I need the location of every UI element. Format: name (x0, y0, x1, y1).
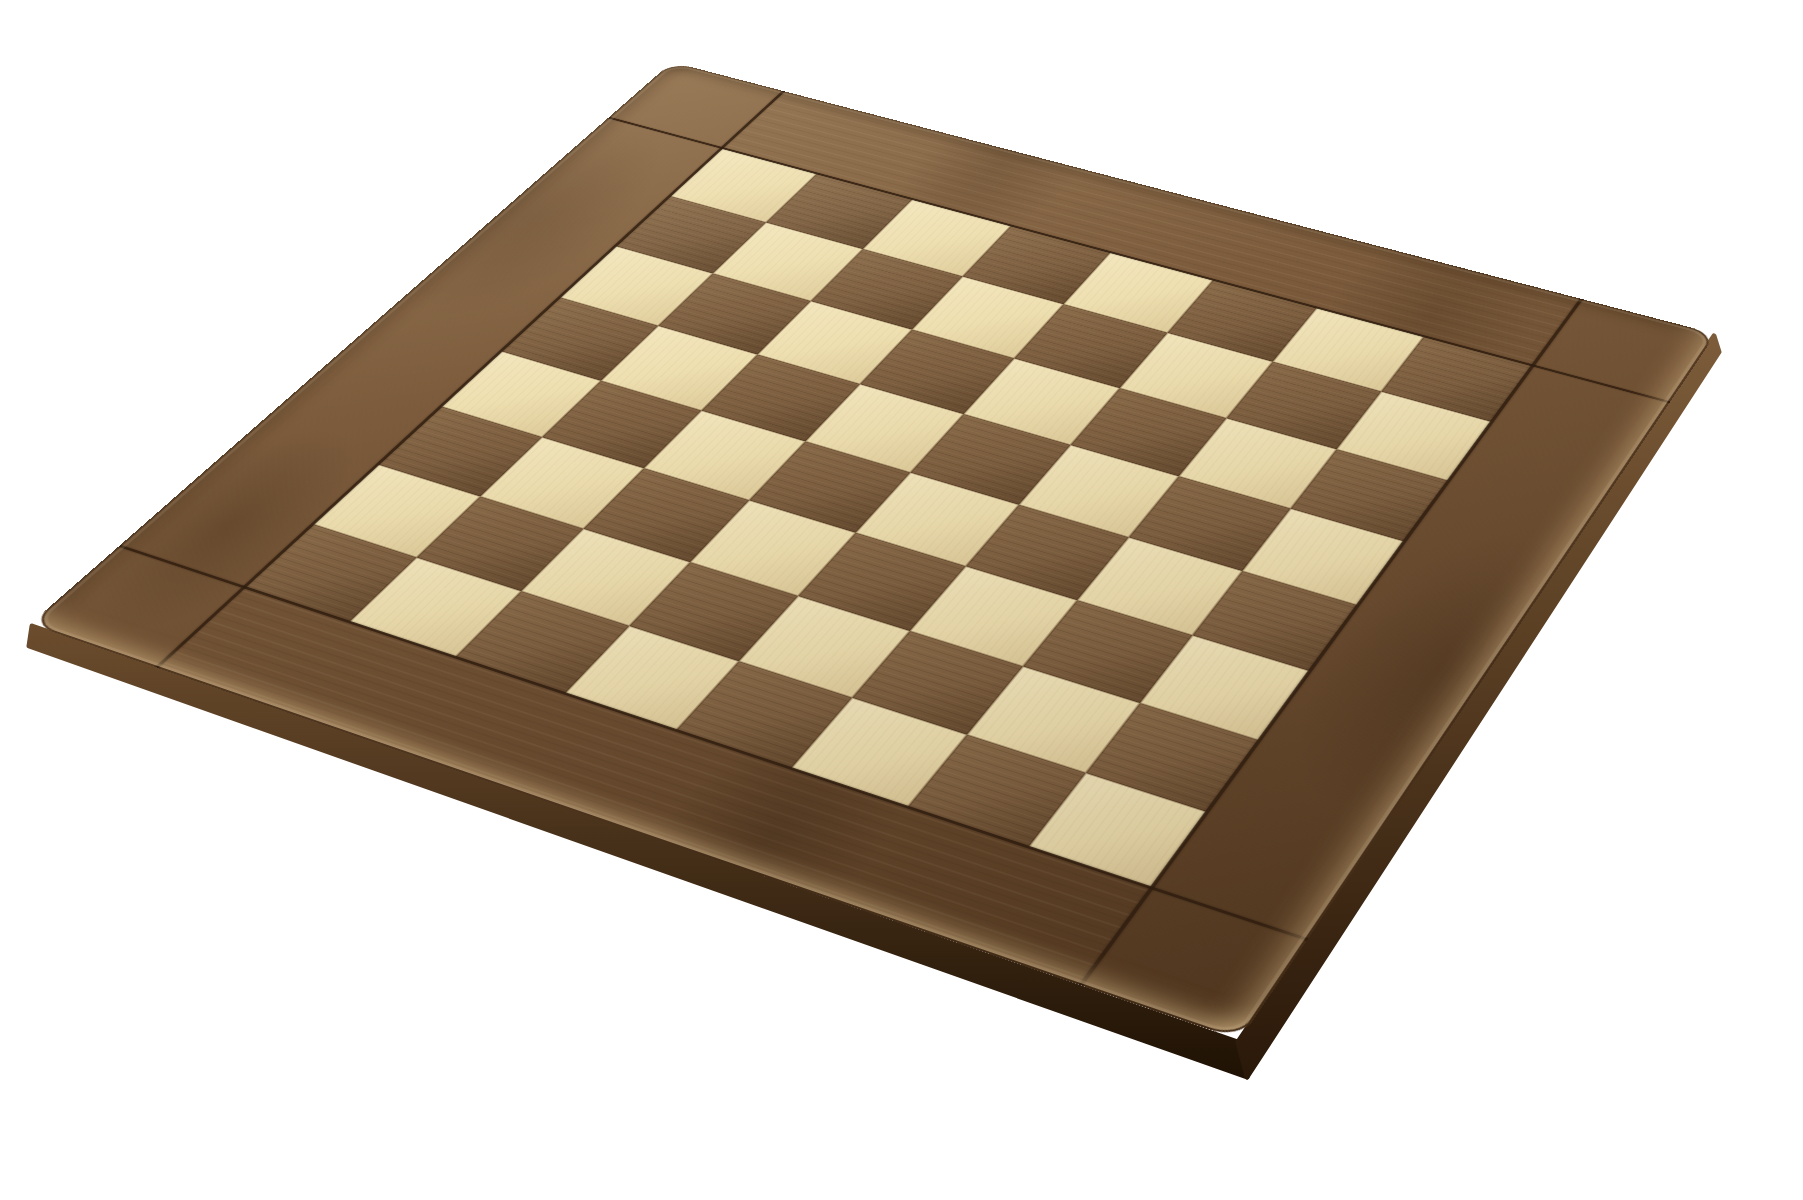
product-photo (0, 0, 1803, 1200)
